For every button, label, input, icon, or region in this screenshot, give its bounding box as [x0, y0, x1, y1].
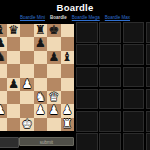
page-title: Boardle: [0, 2, 150, 13]
board-square-f4[interactable]: [34, 78, 47, 91]
board-square-g4[interactable]: [47, 78, 60, 91]
white-pawn[interactable]: ♟: [0, 104, 7, 117]
white-pawn[interactable]: ♟: [34, 104, 47, 117]
guess-cell: [99, 22, 121, 43]
board-square-c6[interactable]: ♞: [0, 51, 7, 64]
board-square-c8[interactable]: ♝: [0, 24, 7, 37]
board-square-d8[interactable]: ♛: [7, 24, 20, 37]
guess-cell: [123, 111, 145, 132]
board-square-e1[interactable]: ♚: [20, 118, 33, 131]
nav-link-boardle-mega[interactable]: Boardle Mega: [72, 15, 100, 21]
black-queen[interactable]: ♛: [7, 24, 20, 37]
black-pawn[interactable]: ♟: [7, 78, 20, 91]
black-pawn[interactable]: ♟: [0, 37, 7, 50]
board-square-g1[interactable]: [47, 118, 60, 131]
board-square-e7[interactable]: [20, 37, 33, 50]
black-bishop[interactable]: ♝: [0, 24, 7, 37]
black-rook[interactable]: ♜: [34, 24, 47, 37]
guess-cell: [123, 67, 145, 88]
nav-link-boardle[interactable]: Boardle: [50, 15, 67, 21]
board-square-e2[interactable]: [20, 104, 33, 117]
board-square-d4[interactable]: ♟: [7, 78, 20, 91]
board-square-e8[interactable]: [20, 24, 33, 37]
white-king[interactable]: ♚: [20, 118, 33, 131]
board-square-c2[interactable]: ♟: [0, 104, 7, 117]
guess-cell: [99, 111, 121, 132]
guess-cell: [99, 44, 121, 65]
black-knight[interactable]: ♞: [0, 51, 7, 64]
board-square-c7[interactable]: ♟: [0, 37, 7, 50]
chess-board[interactable]: ♜♝♛♜♚♟♟♟♟♞♟♝♟♟♞♛♟♟♟♟♟♟♜♞♚♜: [0, 24, 74, 131]
board-square-g6[interactable]: ♟: [47, 51, 60, 64]
board-square-d1[interactable]: [7, 118, 20, 131]
board-square-f7[interactable]: ♟: [34, 37, 47, 50]
board-square-h4[interactable]: [61, 78, 74, 91]
guess-cell: [146, 133, 150, 150]
board-square-h5[interactable]: [61, 64, 74, 77]
guess-cell: [76, 89, 98, 110]
guess-cell: [76, 22, 98, 43]
guess-cell: [123, 133, 145, 150]
guess-cell: [76, 67, 98, 88]
board-square-h2[interactable]: ♟: [61, 104, 74, 117]
board-square-c3[interactable]: [0, 91, 7, 104]
board-square-c4[interactable]: [0, 78, 7, 91]
guess-cell: [123, 22, 145, 43]
secondary-button-cropped[interactable]: [0, 137, 19, 148]
nav-link-boardle-max[interactable]: Boardle Max: [105, 15, 130, 21]
guess-grid: [76, 22, 150, 150]
guess-cell: [146, 67, 150, 88]
black-bishop[interactable]: ♝: [61, 51, 74, 64]
board-square-f1[interactable]: [34, 118, 47, 131]
board-square-h3[interactable]: [61, 91, 74, 104]
board-square-g8[interactable]: ♚: [47, 24, 60, 37]
board-square-g7[interactable]: [47, 37, 60, 50]
black-king[interactable]: ♚: [47, 24, 60, 37]
board-square-f3[interactable]: ♞: [34, 91, 47, 104]
board-square-h7[interactable]: [61, 37, 74, 50]
board-square-f5[interactable]: [34, 64, 47, 77]
guess-cell: [123, 89, 145, 110]
white-knight[interactable]: ♞: [34, 91, 47, 104]
board-square-g3[interactable]: ♛: [47, 91, 60, 104]
guess-cell: [146, 89, 150, 110]
guess-cell: [76, 133, 98, 150]
guess-cell: [146, 44, 150, 65]
board-square-d2[interactable]: [7, 104, 20, 117]
board-square-e5[interactable]: [20, 64, 33, 77]
board-square-h6[interactable]: ♝: [61, 51, 74, 64]
nav-link-boardle-mini[interactable]: Boardle Mini: [20, 15, 45, 21]
black-pawn[interactable]: ♟: [47, 51, 60, 64]
board-square-d7[interactable]: [7, 37, 20, 50]
board-square-f6[interactable]: [34, 51, 47, 64]
black-pawn[interactable]: ♟: [34, 37, 47, 50]
board-square-e3[interactable]: [20, 91, 33, 104]
white-rook[interactable]: ♜: [61, 118, 74, 131]
board-square-d6[interactable]: [7, 51, 20, 64]
guess-cell: [76, 44, 98, 65]
board-square-d5[interactable]: [7, 64, 20, 77]
variant-nav: Boardle Mini Boardle Boardle Mega Boardl…: [0, 15, 150, 21]
board-square-h1[interactable]: ♜: [61, 118, 74, 131]
guess-cell: [146, 111, 150, 132]
guess-grid-viewport: [76, 22, 150, 150]
board-square-g5[interactable]: [47, 64, 60, 77]
board-square-e4[interactable]: ♟: [20, 78, 33, 91]
board-square-e6[interactable]: [20, 51, 33, 64]
board-square-c1[interactable]: [0, 118, 7, 131]
white-pawn[interactable]: ♟: [20, 78, 33, 91]
guess-cell: [99, 133, 121, 150]
white-pawn[interactable]: ♟: [47, 104, 60, 117]
board-square-h8[interactable]: [61, 24, 74, 37]
board-square-f8[interactable]: ♜: [34, 24, 47, 37]
guess-cell: [99, 89, 121, 110]
board-square-d3[interactable]: [7, 91, 20, 104]
board-square-g2[interactable]: ♟: [47, 104, 60, 117]
white-pawn[interactable]: ♟: [61, 104, 74, 117]
chess-board-viewport: ♜♝♛♜♚♟♟♟♟♞♟♝♟♟♞♛♟♟♟♟♟♟♜♞♚♜: [0, 24, 74, 131]
guess-cell: [99, 67, 121, 88]
guess-cell: [123, 44, 145, 65]
guess-cell: [146, 22, 150, 43]
board-square-f2[interactable]: ♟: [34, 104, 47, 117]
guess-cell: [76, 111, 98, 132]
board-square-c5[interactable]: [0, 64, 7, 77]
submit-button[interactable]: submit: [19, 137, 74, 146]
white-queen[interactable]: ♛: [47, 91, 60, 104]
